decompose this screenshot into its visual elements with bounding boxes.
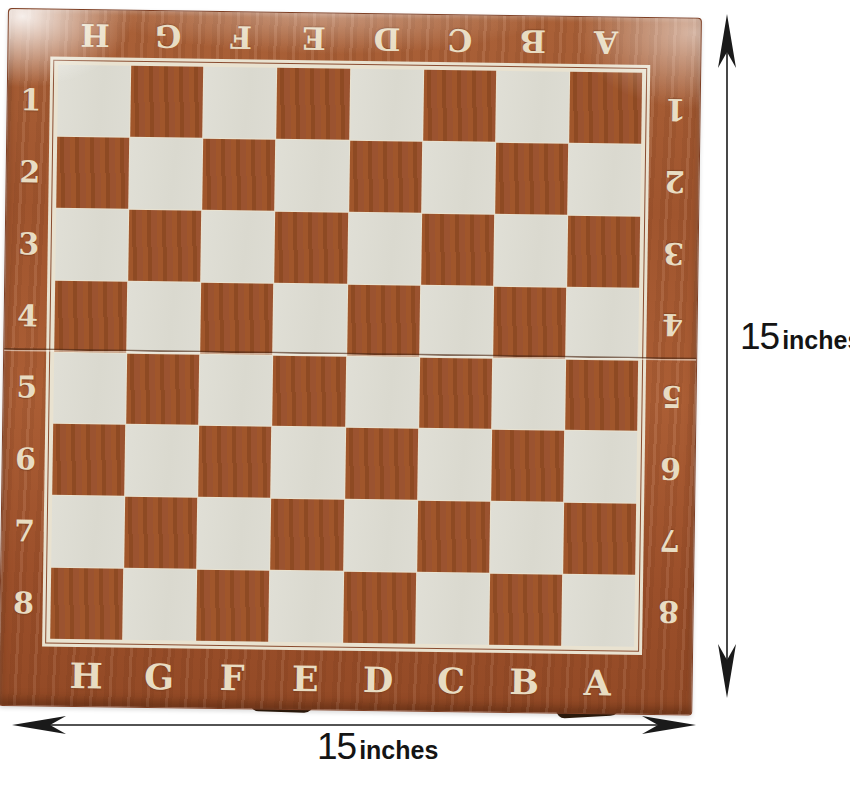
square-a5 [565, 359, 638, 431]
square-d1 [350, 69, 423, 141]
square-h2 [56, 137, 129, 209]
square-c2 [422, 142, 495, 214]
height-arrowhead-up-icon [718, 14, 736, 68]
rank-right-label-6: 6 [648, 432, 693, 504]
square-e1 [277, 68, 350, 140]
square-g5 [126, 353, 199, 425]
rank-right-label-1: 1 [653, 73, 698, 145]
square-h8 [50, 568, 123, 640]
square-e4 [274, 283, 347, 355]
rank-left-label-5: 5 [7, 351, 46, 423]
square-h4 [54, 280, 127, 352]
square-b8 [489, 574, 562, 646]
rank-left-label-1: 1 [11, 64, 50, 136]
square-d5 [346, 356, 419, 428]
square-d2 [349, 141, 422, 213]
square-d7 [344, 500, 417, 572]
product-photo-chess-board: HGFEDCBA 12345678 12345678 HGFEDCBA 15 i… [0, 0, 850, 788]
square-a3 [567, 216, 640, 288]
file-top-label-h: H [58, 16, 132, 55]
rank-right-label-2: 2 [652, 145, 697, 217]
width-value: 15 [317, 726, 356, 768]
square-g1 [130, 66, 203, 138]
square-a4 [566, 287, 639, 359]
square-c5 [419, 357, 492, 429]
file-bottom-label-g: G [122, 653, 196, 700]
square-g7 [124, 497, 197, 569]
square-e3 [275, 212, 348, 284]
square-e8 [270, 571, 343, 643]
square-h6 [52, 424, 125, 496]
square-e2 [276, 140, 349, 212]
height-value: 15 [740, 316, 779, 358]
square-b7 [490, 502, 563, 574]
rank-left-label-2: 2 [10, 136, 49, 208]
width-unit: inches [359, 736, 438, 765]
rank-right-label-5: 5 [649, 360, 694, 432]
square-f5 [199, 354, 272, 426]
file-top-label-d: D [350, 20, 424, 59]
square-b6 [491, 430, 564, 502]
file-bottom-label-a: A [560, 659, 634, 706]
square-d3 [348, 213, 421, 285]
square-c6 [418, 429, 491, 501]
square-g6 [125, 425, 198, 497]
square-c1 [423, 70, 496, 142]
square-f7 [197, 498, 270, 570]
square-b3 [494, 215, 567, 287]
square-e5 [273, 355, 346, 427]
file-top-label-a: A [569, 23, 643, 62]
square-f4 [200, 282, 273, 354]
rank-right-label-7: 7 [647, 503, 692, 575]
square-g4 [127, 281, 200, 353]
square-d4 [347, 284, 420, 356]
file-labels-top: HGFEDCBA [58, 16, 642, 62]
rank-right-label-8: 8 [646, 575, 691, 647]
square-f6 [198, 426, 271, 498]
width-dimension-label: 15 inches [317, 726, 438, 768]
square-g8 [123, 569, 196, 641]
square-e7 [271, 499, 344, 571]
rank-left-label-6: 6 [6, 423, 45, 495]
rank-left-label-3: 3 [9, 208, 48, 280]
file-bottom-label-h: H [49, 652, 123, 699]
rank-left-label-8: 8 [4, 566, 43, 638]
square-h3 [55, 208, 128, 280]
file-bottom-label-b: B [487, 658, 561, 705]
rank-left-label-4: 4 [8, 279, 47, 351]
height-dimension-label: 15 inches [740, 316, 850, 358]
square-b4 [493, 286, 566, 358]
rank-right-label-4: 4 [650, 288, 695, 360]
square-a6 [564, 431, 637, 503]
file-top-label-c: C [423, 21, 497, 60]
square-h5 [53, 352, 126, 424]
width-arrowhead-left-icon [12, 716, 66, 734]
square-c7 [417, 501, 490, 573]
file-labels-bottom: HGFEDCBA [49, 652, 634, 706]
square-e6 [272, 427, 345, 499]
square-d8 [343, 572, 416, 644]
file-top-label-g: G [131, 17, 205, 56]
square-h7 [51, 496, 124, 568]
square-c4 [420, 285, 493, 357]
chess-board: HGFEDCBA 12345678 12345678 HGFEDCBA [0, 8, 702, 716]
file-top-label-e: E [277, 19, 351, 58]
square-d6 [345, 428, 418, 500]
square-b5 [492, 358, 565, 430]
file-bottom-label-c: C [414, 657, 488, 704]
height-unit: inches [782, 326, 850, 355]
square-a8 [562, 575, 635, 647]
square-c8 [416, 573, 489, 645]
file-bottom-label-d: D [341, 656, 415, 703]
file-top-label-f: F [204, 18, 278, 57]
file-bottom-label-f: F [195, 654, 269, 701]
file-top-label-b: B [496, 22, 570, 61]
rank-left-label-7: 7 [5, 495, 44, 567]
square-b2 [495, 143, 568, 215]
square-f1 [203, 67, 276, 139]
square-f2 [202, 139, 275, 211]
height-arrowhead-down-icon [718, 644, 736, 698]
square-g3 [128, 209, 201, 281]
square-g2 [129, 138, 202, 210]
square-c3 [421, 214, 494, 286]
rank-right-label-3: 3 [651, 217, 696, 289]
square-f3 [201, 210, 274, 282]
square-h1 [57, 65, 130, 137]
width-arrowhead-right-icon [642, 716, 696, 734]
square-f8 [196, 570, 269, 642]
square-a2 [568, 144, 641, 216]
square-a7 [563, 503, 636, 575]
square-a1 [569, 72, 642, 144]
square-b1 [496, 71, 569, 143]
file-bottom-label-e: E [268, 655, 342, 702]
